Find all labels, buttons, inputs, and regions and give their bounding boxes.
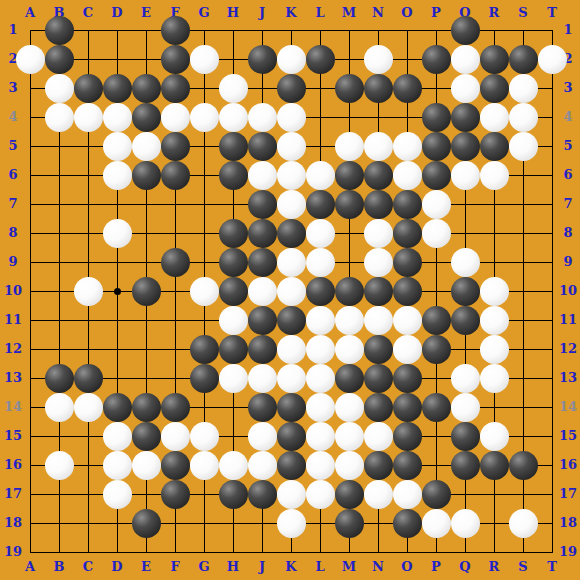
white-stone (103, 480, 132, 509)
white-stone (248, 103, 277, 132)
black-stone (248, 393, 277, 422)
black-stone (393, 393, 422, 422)
coord-label-left: 8 (2, 225, 24, 241)
white-stone (277, 132, 306, 161)
white-stone (451, 45, 480, 74)
coord-label-left: 18 (2, 515, 24, 531)
black-stone (248, 335, 277, 364)
black-stone (480, 451, 509, 480)
coord-label-bottom: A (19, 559, 41, 575)
black-stone (74, 364, 103, 393)
black-stone (190, 364, 219, 393)
coord-label-top: O (396, 5, 418, 21)
white-stone (364, 132, 393, 161)
black-stone (393, 422, 422, 451)
coord-label-bottom: H (222, 559, 244, 575)
coord-label-right: 14 (557, 399, 579, 415)
coord-label-right: 1 (557, 22, 579, 38)
coord-label-right: 16 (557, 457, 579, 473)
black-stone (190, 335, 219, 364)
black-stone (74, 74, 103, 103)
white-stone (480, 422, 509, 451)
coord-label-bottom: L (309, 559, 331, 575)
black-stone (335, 277, 364, 306)
black-stone (480, 132, 509, 161)
white-stone (393, 132, 422, 161)
white-stone (219, 451, 248, 480)
black-stone (248, 45, 277, 74)
white-stone (277, 248, 306, 277)
coord-label-left: 13 (2, 370, 24, 386)
black-stone (509, 451, 538, 480)
black-stone (132, 422, 161, 451)
black-stone (161, 393, 190, 422)
white-stone (16, 45, 45, 74)
black-stone (393, 509, 422, 538)
black-stone (132, 509, 161, 538)
white-stone (335, 393, 364, 422)
white-stone (190, 422, 219, 451)
coord-label-bottom: P (425, 559, 447, 575)
coord-label-bottom: B (48, 559, 70, 575)
coord-label-top: T (541, 5, 563, 21)
white-stone (335, 335, 364, 364)
white-stone (364, 422, 393, 451)
white-stone (451, 393, 480, 422)
white-stone (480, 277, 509, 306)
coord-label-right: 10 (557, 283, 579, 299)
black-stone (132, 393, 161, 422)
coord-label-top: K (280, 5, 302, 21)
black-stone (306, 277, 335, 306)
black-stone (422, 335, 451, 364)
white-stone (364, 45, 393, 74)
coord-label-left: 4 (2, 109, 24, 125)
white-stone (451, 509, 480, 538)
coord-label-bottom: S (512, 559, 534, 575)
coord-label-top: C (77, 5, 99, 21)
black-stone (364, 451, 393, 480)
grid-line-v (552, 30, 553, 553)
black-stone (393, 74, 422, 103)
coord-label-right: 12 (557, 341, 579, 357)
black-stone (422, 161, 451, 190)
white-stone (219, 74, 248, 103)
black-stone (364, 364, 393, 393)
white-stone (45, 451, 74, 480)
black-stone (132, 103, 161, 132)
white-stone (161, 103, 190, 132)
coord-label-left: 15 (2, 428, 24, 444)
coord-label-left: 9 (2, 254, 24, 270)
white-stone (364, 480, 393, 509)
coord-label-bottom: C (77, 559, 99, 575)
white-stone (103, 103, 132, 132)
coord-label-left: 11 (2, 312, 24, 328)
coord-label-right: 8 (557, 225, 579, 241)
white-stone (132, 451, 161, 480)
coord-label-bottom: E (135, 559, 157, 575)
black-stone (335, 74, 364, 103)
coord-label-top: L (309, 5, 331, 21)
coord-label-left: 5 (2, 138, 24, 154)
black-stone (219, 277, 248, 306)
coord-label-right: 11 (557, 312, 579, 328)
coord-label-left: 17 (2, 486, 24, 502)
black-stone (277, 306, 306, 335)
coord-label-top: M (338, 5, 360, 21)
white-stone (306, 161, 335, 190)
black-stone (248, 132, 277, 161)
white-stone (451, 161, 480, 190)
coord-label-top: R (483, 5, 505, 21)
black-stone (335, 161, 364, 190)
white-stone (509, 132, 538, 161)
black-stone (248, 248, 277, 277)
black-stone (45, 45, 74, 74)
grid-line-h (30, 552, 553, 553)
coord-label-left: 10 (2, 283, 24, 299)
white-stone (45, 393, 74, 422)
hoshi-point (114, 288, 121, 295)
black-stone (161, 74, 190, 103)
coord-label-left: 16 (2, 457, 24, 473)
black-stone (393, 277, 422, 306)
black-stone (335, 509, 364, 538)
white-stone (306, 480, 335, 509)
black-stone (422, 103, 451, 132)
white-stone (277, 45, 306, 74)
black-stone (451, 422, 480, 451)
white-stone (422, 509, 451, 538)
black-stone (248, 190, 277, 219)
white-stone (190, 103, 219, 132)
black-stone (132, 74, 161, 103)
black-stone (306, 45, 335, 74)
white-stone (480, 306, 509, 335)
coord-label-top: H (222, 5, 244, 21)
coord-label-top: N (367, 5, 389, 21)
coord-label-right: 7 (557, 196, 579, 212)
white-stone (335, 451, 364, 480)
black-stone (161, 480, 190, 509)
coord-label-top: D (106, 5, 128, 21)
white-stone (190, 45, 219, 74)
black-stone (219, 335, 248, 364)
white-stone (422, 190, 451, 219)
white-stone (306, 248, 335, 277)
black-stone (161, 16, 190, 45)
black-stone (422, 45, 451, 74)
coord-label-bottom: R (483, 559, 505, 575)
black-stone (161, 161, 190, 190)
black-stone (219, 219, 248, 248)
black-stone (364, 335, 393, 364)
white-stone (190, 451, 219, 480)
black-stone (45, 16, 74, 45)
black-stone (132, 277, 161, 306)
coord-label-left: 19 (2, 544, 24, 560)
white-stone (248, 161, 277, 190)
black-stone (364, 190, 393, 219)
coord-label-left: 6 (2, 167, 24, 183)
white-stone (364, 219, 393, 248)
white-stone (219, 364, 248, 393)
black-stone (306, 190, 335, 219)
white-stone (509, 509, 538, 538)
white-stone (161, 422, 190, 451)
coord-label-bottom: T (541, 559, 563, 575)
black-stone (103, 74, 132, 103)
black-stone (364, 393, 393, 422)
white-stone (248, 364, 277, 393)
white-stone (277, 277, 306, 306)
black-stone (451, 132, 480, 161)
black-stone (364, 74, 393, 103)
white-stone (306, 364, 335, 393)
white-stone (480, 161, 509, 190)
black-stone (248, 306, 277, 335)
white-stone (480, 335, 509, 364)
white-stone (364, 248, 393, 277)
black-stone (422, 306, 451, 335)
black-stone (248, 219, 277, 248)
coord-label-left: 1 (2, 22, 24, 38)
black-stone (393, 248, 422, 277)
black-stone (509, 45, 538, 74)
white-stone (480, 103, 509, 132)
white-stone (364, 306, 393, 335)
white-stone (219, 103, 248, 132)
white-stone (538, 45, 567, 74)
white-stone (393, 306, 422, 335)
white-stone (277, 509, 306, 538)
white-stone (335, 306, 364, 335)
black-stone (451, 103, 480, 132)
coord-label-right: 17 (557, 486, 579, 502)
black-stone (335, 480, 364, 509)
white-stone (306, 219, 335, 248)
white-stone (451, 364, 480, 393)
black-stone (277, 219, 306, 248)
white-stone (451, 248, 480, 277)
coord-label-right: 5 (557, 138, 579, 154)
coord-label-bottom: O (396, 559, 418, 575)
coord-label-bottom: N (367, 559, 389, 575)
coord-label-bottom: J (251, 559, 273, 575)
black-stone (335, 364, 364, 393)
white-stone (277, 335, 306, 364)
white-stone (277, 161, 306, 190)
white-stone (74, 393, 103, 422)
black-stone (161, 451, 190, 480)
black-stone (277, 393, 306, 422)
black-stone (364, 161, 393, 190)
black-stone (103, 393, 132, 422)
black-stone (451, 451, 480, 480)
white-stone (335, 132, 364, 161)
coord-label-right: 6 (557, 167, 579, 183)
coord-label-right: 15 (557, 428, 579, 444)
black-stone (480, 45, 509, 74)
white-stone (248, 451, 277, 480)
coord-label-right: 4 (557, 109, 579, 125)
coord-label-left: 12 (2, 341, 24, 357)
black-stone (422, 132, 451, 161)
white-stone (306, 306, 335, 335)
white-stone (190, 277, 219, 306)
white-stone (393, 335, 422, 364)
white-stone (306, 422, 335, 451)
white-stone (103, 161, 132, 190)
white-stone (74, 103, 103, 132)
black-stone (451, 306, 480, 335)
coord-label-right: 13 (557, 370, 579, 386)
white-stone (277, 103, 306, 132)
black-stone (219, 132, 248, 161)
coord-label-right: 19 (557, 544, 579, 560)
white-stone (480, 364, 509, 393)
black-stone (393, 190, 422, 219)
black-stone (277, 422, 306, 451)
coord-label-top: S (512, 5, 534, 21)
white-stone (277, 364, 306, 393)
white-stone (277, 190, 306, 219)
black-stone (45, 364, 74, 393)
white-stone (509, 103, 538, 132)
white-stone (306, 451, 335, 480)
coord-label-bottom: Q (454, 559, 476, 575)
black-stone (480, 74, 509, 103)
black-stone (219, 248, 248, 277)
white-stone (248, 277, 277, 306)
coord-label-left: 14 (2, 399, 24, 415)
coord-label-bottom: M (338, 559, 360, 575)
black-stone (451, 16, 480, 45)
coord-label-bottom: F (164, 559, 186, 575)
goban[interactable]: AABBCCDDEEFFGGHHJJKKLLMMNNOOPPQQRRSSTT11… (0, 0, 580, 580)
white-stone (45, 103, 74, 132)
black-stone (393, 364, 422, 393)
black-stone (393, 219, 422, 248)
coord-label-right: 9 (557, 254, 579, 270)
coord-label-right: 18 (557, 515, 579, 531)
black-stone (248, 480, 277, 509)
white-stone (103, 132, 132, 161)
black-stone (132, 161, 161, 190)
white-stone (103, 451, 132, 480)
black-stone (335, 190, 364, 219)
white-stone (393, 161, 422, 190)
coord-label-top: G (193, 5, 215, 21)
coord-label-bottom: G (193, 559, 215, 575)
white-stone (306, 335, 335, 364)
black-stone (277, 74, 306, 103)
white-stone (277, 480, 306, 509)
white-stone (451, 74, 480, 103)
white-stone (509, 74, 538, 103)
black-stone (161, 132, 190, 161)
white-stone (45, 74, 74, 103)
white-stone (335, 422, 364, 451)
black-stone (393, 451, 422, 480)
white-stone (393, 480, 422, 509)
coord-label-left: 7 (2, 196, 24, 212)
white-stone (103, 422, 132, 451)
black-stone (219, 161, 248, 190)
black-stone (161, 45, 190, 74)
white-stone (248, 422, 277, 451)
black-stone (422, 480, 451, 509)
black-stone (364, 277, 393, 306)
coord-label-bottom: D (106, 559, 128, 575)
coord-label-left: 3 (2, 80, 24, 96)
black-stone (277, 451, 306, 480)
white-stone (74, 277, 103, 306)
white-stone (306, 393, 335, 422)
black-stone (451, 277, 480, 306)
coord-label-right: 3 (557, 80, 579, 96)
black-stone (219, 480, 248, 509)
white-stone (103, 219, 132, 248)
black-stone (161, 248, 190, 277)
coord-label-top: J (251, 5, 273, 21)
black-stone (422, 393, 451, 422)
coord-label-top: P (425, 5, 447, 21)
coord-label-bottom: K (280, 559, 302, 575)
white-stone (132, 132, 161, 161)
coord-label-top: A (19, 5, 41, 21)
white-stone (422, 219, 451, 248)
white-stone (219, 306, 248, 335)
coord-label-top: E (135, 5, 157, 21)
